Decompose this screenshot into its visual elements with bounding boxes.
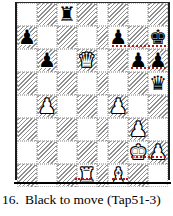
square-b5 [37, 72, 57, 95]
square-g5 [128, 72, 148, 95]
caption-number: 16. [2, 192, 19, 207]
square-h2: ♟ [148, 141, 168, 164]
square-f4: ♟ [108, 95, 128, 118]
chess-diagram: ♜♟♟♚♟♛♟♟♛♟♟♟♚♟♜♝ 16.Black to move (Tap51… [0, 0, 173, 216]
square-c4 [57, 95, 77, 118]
spellcheck-underline [75, 177, 91, 180]
square-e5 [97, 72, 108, 95]
square-e2 [97, 141, 108, 164]
caption-text: Black to move (Tap51-3) [25, 192, 161, 207]
square-b6: ♟ [37, 49, 57, 72]
square-f6 [108, 49, 128, 72]
spellcheck-underline [112, 177, 128, 180]
square-d8 [77, 3, 97, 26]
square-a4 [17, 95, 37, 118]
square-e7 [97, 26, 108, 49]
square-c7 [57, 26, 77, 49]
spellcheck-underline [112, 44, 166, 47]
square-c3 [57, 118, 77, 141]
piece-white-pawn: ♟ [38, 96, 56, 117]
square-a8 [17, 3, 37, 26]
square-h4 [148, 95, 168, 118]
square-e4 [97, 95, 108, 118]
piece-white-pawn: ♟ [109, 96, 127, 117]
square-a5 [17, 72, 37, 95]
spellcheck-underline [131, 66, 166, 69]
spellcheck-underline [131, 155, 166, 158]
square-b3 [37, 118, 57, 141]
square-d3 [77, 118, 97, 141]
piece-black-pawn: ♟ [18, 27, 36, 48]
square-g3: ♟ [128, 118, 148, 141]
square-d7 [77, 26, 97, 49]
square-f2 [108, 141, 128, 164]
piece-white-pawn: ♟ [129, 119, 147, 140]
square-h5: ♛ [148, 72, 168, 95]
square-h8 [148, 3, 168, 26]
square-e8 [97, 3, 108, 26]
square-a2 [17, 141, 37, 164]
square-d2 [77, 141, 97, 164]
square-a7: ♟ [17, 26, 37, 49]
square-c8: ♜ [57, 3, 77, 26]
square-d4 [77, 95, 97, 118]
square-g4 [128, 95, 148, 118]
piece-white-queen: ♛ [78, 50, 96, 71]
square-a3 [17, 118, 37, 141]
square-d6: ♛ [77, 49, 97, 72]
square-f3 [108, 118, 128, 141]
piece-white-bishop: ♝ [109, 165, 127, 186]
square-b8 [37, 3, 57, 26]
square-b4: ♟ [37, 95, 57, 118]
square-a6 [17, 49, 37, 72]
piece-white-rook: ♜ [78, 165, 96, 186]
square-d5 [77, 72, 97, 95]
square-e6 [97, 49, 108, 72]
square-g2: ♚ [128, 141, 148, 164]
square-b7 [37, 26, 57, 49]
piece-black-pawn: ♟ [38, 50, 56, 71]
piece-white-king: ♚ [129, 142, 147, 163]
square-c2 [57, 141, 77, 164]
piece-black-queen: ♛ [149, 73, 167, 94]
square-c6 [57, 49, 77, 72]
square-f5 [108, 72, 128, 95]
square-f1: ♝ [108, 164, 128, 187]
square-h3 [148, 118, 168, 141]
square-f8 [108, 3, 128, 26]
diagram-caption: 16.Black to move (Tap51-3) [2, 192, 173, 208]
square-b2 [37, 141, 57, 164]
square-d1: ♜ [77, 164, 97, 187]
square-c5 [57, 72, 77, 95]
square-g8 [128, 3, 148, 26]
square-e3 [97, 118, 108, 141]
piece-white-pawn: ♟ [149, 142, 167, 163]
piece-black-rook: ♜ [58, 4, 76, 25]
chess-board: ♜♟♟♚♟♛♟♟♛♟♟♟♚♟♜♝ [15, 2, 170, 180]
